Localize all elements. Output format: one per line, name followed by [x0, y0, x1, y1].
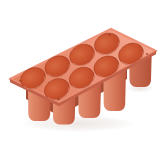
mold-svg	[0, 0, 160, 160]
corner-hole	[19, 80, 21, 82]
corner-hole	[109, 34, 111, 36]
corner-hole	[146, 53, 148, 55]
corner-hole	[57, 98, 59, 100]
product-photo	[0, 0, 160, 160]
